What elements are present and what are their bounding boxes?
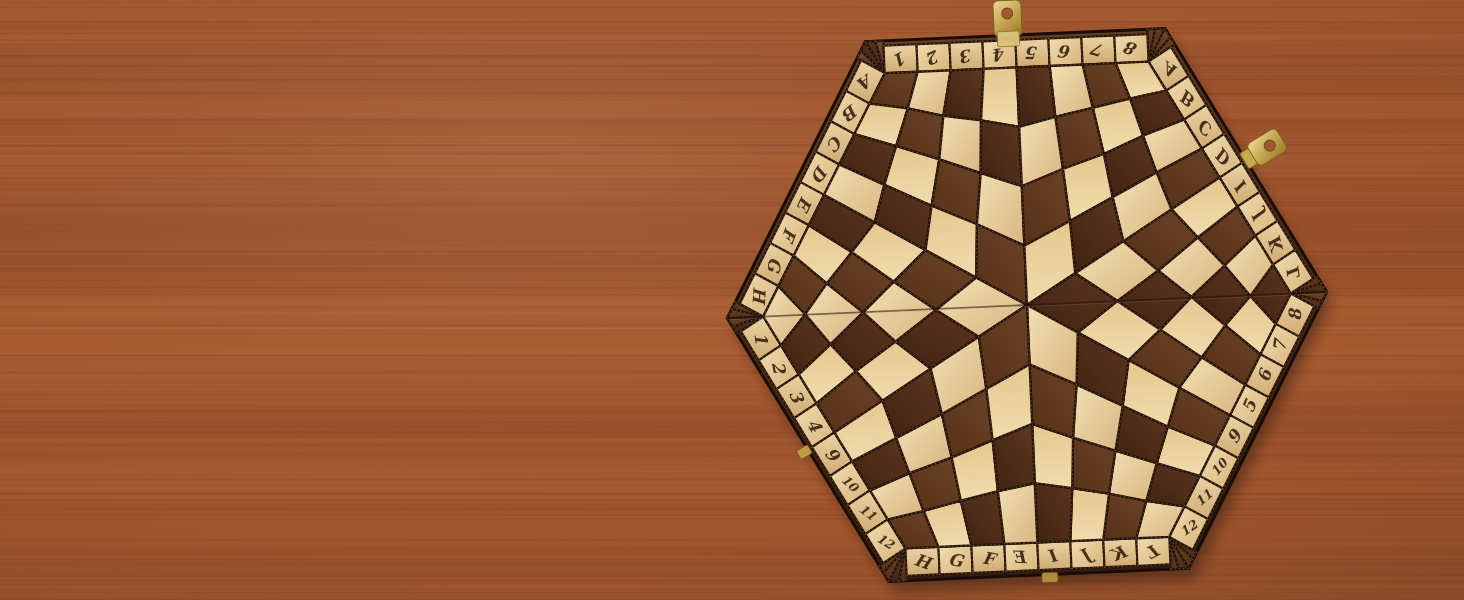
cell-A4[interactable]	[979, 67, 1019, 128]
clasp-plate	[997, 31, 1020, 47]
edge-label-top-5: 5	[1025, 43, 1039, 63]
clasp-hole	[1002, 8, 1013, 19]
brass-clasp-top	[993, 0, 1023, 47]
photo-canvas: 12345678ABCDIJKL87659101112HGFEIJKL12349…	[0, 0, 1464, 600]
cell-J12[interactable]	[1068, 487, 1111, 542]
three-player-chess-board-photo: 12345678ABCDIJKL87659101112HGFEIJKL12349…	[0, 0, 1464, 600]
brass-latch-bottom	[1042, 572, 1058, 583]
cell-I12[interactable]	[1035, 482, 1075, 543]
